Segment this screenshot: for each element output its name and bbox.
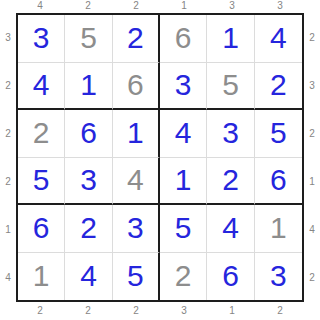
cell-r5c1[interactable]: 6 xyxy=(18,205,65,253)
cell-r6c5[interactable]: 6 xyxy=(207,253,254,301)
cell-r1c6[interactable]: 4 xyxy=(255,15,302,63)
clue-right-6: 2 xyxy=(304,254,320,302)
clue-left-4: 2 xyxy=(0,158,16,206)
clue-bottom-6: 2 xyxy=(256,302,304,320)
clues-top: 422133 xyxy=(16,0,304,13)
cell-r6c1[interactable]: 1 xyxy=(18,253,65,301)
cell-r2c5[interactable]: 5 xyxy=(207,63,254,111)
cell-r5c3[interactable]: 3 xyxy=(113,205,160,253)
clue-left-3: 2 xyxy=(0,109,16,157)
clue-left-6: 4 xyxy=(0,254,16,302)
cell-r2c4[interactable]: 3 xyxy=(160,63,207,111)
clues-right: 232142 xyxy=(304,13,320,302)
clue-top-5: 3 xyxy=(208,0,256,13)
clue-top-6: 3 xyxy=(256,0,304,13)
cell-r3c1[interactable]: 2 xyxy=(18,110,65,158)
cell-r3c2[interactable]: 6 xyxy=(65,110,112,158)
clue-right-1: 2 xyxy=(304,13,320,61)
cell-r2c2[interactable]: 1 xyxy=(65,63,112,111)
cell-r2c3[interactable]: 6 xyxy=(113,63,160,111)
clue-top-3: 2 xyxy=(112,0,160,13)
cell-r1c2[interactable]: 5 xyxy=(65,15,112,63)
clue-top-2: 2 xyxy=(64,0,112,13)
cell-r5c2[interactable]: 2 xyxy=(65,205,112,253)
clues-bottom: 222312 xyxy=(16,302,304,320)
cell-r4c6[interactable]: 6 xyxy=(255,158,302,206)
clue-bottom-4: 3 xyxy=(160,302,208,320)
clue-top-4: 1 xyxy=(160,0,208,13)
clue-right-2: 3 xyxy=(304,61,320,109)
clue-right-4: 1 xyxy=(304,158,320,206)
cell-r1c1[interactable]: 3 xyxy=(18,15,65,63)
clue-bottom-2: 2 xyxy=(64,302,112,320)
cell-r2c1[interactable]: 4 xyxy=(18,63,65,111)
clue-right-3: 2 xyxy=(304,109,320,157)
clue-bottom-3: 2 xyxy=(112,302,160,320)
clues-left: 322214 xyxy=(0,13,16,302)
cell-r2c6[interactable]: 2 xyxy=(255,63,302,111)
cell-r4c2[interactable]: 3 xyxy=(65,158,112,206)
clue-top-1: 4 xyxy=(16,0,64,13)
cell-r4c4[interactable]: 1 xyxy=(160,158,207,206)
cell-r6c6[interactable]: 3 xyxy=(255,253,302,301)
board: 352614416352261435534126623541145263 xyxy=(16,13,304,302)
cell-r4c5[interactable]: 2 xyxy=(207,158,254,206)
cell-r3c6[interactable]: 5 xyxy=(255,110,302,158)
cell-r3c3[interactable]: 1 xyxy=(113,110,160,158)
cell-r3c5[interactable]: 3 xyxy=(207,110,254,158)
clue-left-2: 2 xyxy=(0,61,16,109)
cell-r6c4[interactable]: 2 xyxy=(160,253,207,301)
clue-left-1: 3 xyxy=(0,13,16,61)
clue-bottom-5: 1 xyxy=(208,302,256,320)
cell-r5c5[interactable]: 4 xyxy=(207,205,254,253)
cell-r6c2[interactable]: 4 xyxy=(65,253,112,301)
cell-r3c4[interactable]: 4 xyxy=(160,110,207,158)
puzzle-layout: 422133 322214 35261441635226143553412662… xyxy=(0,0,320,320)
clue-bottom-1: 2 xyxy=(16,302,64,320)
cell-r6c3[interactable]: 5 xyxy=(113,253,160,301)
cell-r5c4[interactable]: 5 xyxy=(160,205,207,253)
cell-r5c6[interactable]: 1 xyxy=(255,205,302,253)
clue-right-5: 4 xyxy=(304,206,320,254)
cell-r1c4[interactable]: 6 xyxy=(160,15,207,63)
cell-r4c3[interactable]: 4 xyxy=(113,158,160,206)
cell-r1c5[interactable]: 1 xyxy=(207,15,254,63)
clue-left-5: 1 xyxy=(0,206,16,254)
cell-r4c1[interactable]: 5 xyxy=(18,158,65,206)
cell-r1c3[interactable]: 2 xyxy=(113,15,160,63)
